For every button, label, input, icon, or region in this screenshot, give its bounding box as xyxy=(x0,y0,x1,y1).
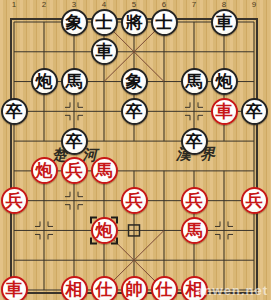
piece-black-general[interactable]: 將 xyxy=(121,9,148,36)
piece-black-soldier[interactable]: 卒 xyxy=(121,98,148,125)
piece-red-cannon[interactable]: 炮 xyxy=(91,217,118,244)
piece-red-soldier[interactable]: 兵 xyxy=(1,187,28,214)
piece-red-cannon[interactable]: 炮 xyxy=(31,157,58,184)
piece-black-soldier[interactable]: 卒 xyxy=(241,98,268,125)
board-grid xyxy=(0,0,271,300)
xiangqi-board: 123456789 楚河 漢界 象士將士車車炮馬象馬炮卒卒車卒卒卒炮兵馬兵兵兵兵… xyxy=(0,0,271,300)
piece-red-soldier[interactable]: 兵 xyxy=(61,157,88,184)
column-label-1: 1 xyxy=(12,0,16,10)
piece-red-soldier[interactable]: 兵 xyxy=(121,187,148,214)
piece-black-cannon[interactable]: 炮 xyxy=(31,68,58,95)
piece-red-general[interactable]: 帥 xyxy=(121,276,148,300)
piece-red-soldier[interactable]: 兵 xyxy=(241,187,268,214)
piece-black-cannon[interactable]: 炮 xyxy=(211,68,238,95)
piece-red-chariot[interactable]: 車 xyxy=(1,276,28,300)
piece-red-advisor[interactable]: 仕 xyxy=(151,276,178,300)
piece-black-elephant[interactable]: 象 xyxy=(61,9,88,36)
piece-red-horse[interactable]: 馬 xyxy=(91,157,118,184)
column-label-2: 2 xyxy=(42,0,46,10)
piece-red-elephant[interactable]: 相 xyxy=(61,276,88,300)
piece-red-horse[interactable]: 馬 xyxy=(181,217,208,244)
piece-black-elephant[interactable]: 象 xyxy=(121,68,148,95)
piece-black-soldier[interactable]: 卒 xyxy=(61,128,88,155)
piece-black-advisor[interactable]: 士 xyxy=(151,9,178,36)
piece-red-chariot[interactable]: 車 xyxy=(211,98,238,125)
piece-red-advisor[interactable]: 仕 xyxy=(91,276,118,300)
piece-red-soldier[interactable]: 兵 xyxy=(181,187,208,214)
piece-black-chariot[interactable]: 車 xyxy=(211,9,238,36)
piece-black-horse[interactable]: 馬 xyxy=(61,68,88,95)
piece-black-soldier[interactable]: 卒 xyxy=(181,128,208,155)
piece-black-advisor[interactable]: 士 xyxy=(91,9,118,36)
piece-black-horse[interactable]: 馬 xyxy=(181,68,208,95)
watermark: anwen.net xyxy=(195,283,268,298)
piece-black-chariot[interactable]: 車 xyxy=(91,38,118,65)
piece-black-soldier[interactable]: 卒 xyxy=(1,98,28,125)
column-label-7: 7 xyxy=(192,0,196,10)
column-label-9: 9 xyxy=(252,0,256,10)
